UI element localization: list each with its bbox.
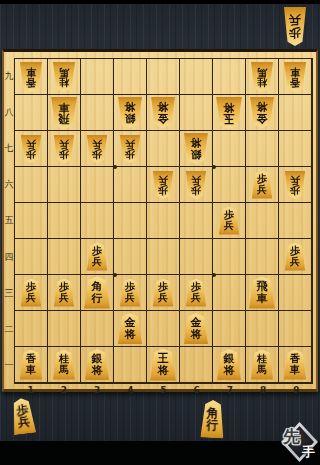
file-label: 9 [280,384,313,397]
square-8五[interactable] [246,203,279,239]
rank-label: 七 [4,130,14,166]
square-1五[interactable] [15,203,48,239]
square-8六[interactable]: 歩兵 [246,167,279,203]
piece-gote[interactable]: 歩兵 [20,135,42,163]
square-4一[interactable] [114,347,147,383]
square-8四[interactable] [246,239,279,275]
square-2九[interactable]: 桂馬 [48,59,81,95]
badge-text-te: 手 [302,443,315,461]
hoshi-dot [113,273,117,277]
square-3八[interactable] [81,95,114,131]
square-8九[interactable]: 桂馬 [246,59,279,95]
file-label: 6 [180,384,213,397]
square-2一[interactable]: 桂馬 [48,347,81,383]
square-3五[interactable] [81,203,114,239]
square-2八[interactable]: 飛車 [48,95,81,131]
piece-sente[interactable]: 香車 [19,350,43,380]
square-6八[interactable] [180,95,213,131]
square-9一[interactable]: 香車 [279,347,312,383]
piece-sente[interactable]: 桂馬 [52,350,76,380]
square-5四[interactable] [147,239,180,275]
badge-text-sen: 先 [283,425,300,448]
board-grid: 香車桂馬桂馬香車飛車銀将金将玉将金将歩兵歩兵歩兵歩兵銀将歩兵歩兵歩兵歩兵歩兵歩兵… [14,58,313,384]
piece-gote[interactable]: 銀将 [117,97,143,128]
piece-sente[interactable]: 歩兵 [53,279,75,307]
piece-sente[interactable]: 歩兵 [86,243,108,271]
rank-label: 三 [4,275,14,311]
square-8二[interactable] [246,311,279,347]
square-4八[interactable]: 銀将 [114,95,147,131]
square-6四[interactable] [180,239,213,275]
piece-gote[interactable]: 歩兵 [86,135,108,163]
square-3二[interactable] [81,311,114,347]
square-7二[interactable] [213,311,246,347]
piece-gote[interactable]: 歩兵 [119,135,141,163]
square-4三[interactable]: 歩兵 [114,275,147,311]
piece-gote[interactable]: 飛車 [50,97,78,129]
square-1三[interactable]: 歩兵 [15,275,48,311]
rank-labels: 九八七六五四三二一 [4,58,14,384]
square-1一[interactable]: 香車 [15,347,48,383]
rank-label: 二 [4,312,14,348]
piece-gote[interactable]: 桂馬 [52,62,76,92]
file-label: 5 [147,384,180,397]
square-1九[interactable]: 香車 [15,59,48,95]
square-4二[interactable]: 金将 [114,311,147,347]
file-label: 7 [213,384,246,397]
rank-label: 八 [4,94,14,130]
file-label: 8 [247,384,280,397]
square-6七[interactable]: 銀将 [180,131,213,167]
piece-gote[interactable]: 桂馬 [250,62,274,92]
square-7九[interactable] [213,59,246,95]
square-7六[interactable] [213,167,246,203]
piece-sente[interactable]: 銀将 [216,349,242,380]
square-5五[interactable] [147,203,180,239]
piece-sente[interactable]: 歩兵 [119,279,141,307]
square-1二[interactable] [15,311,48,347]
piece-sente[interactable]: 桂馬 [250,350,274,380]
file-label: 1 [14,384,47,397]
square-4九[interactable] [114,59,147,95]
sente-badge: 先 手 [281,422,318,462]
square-5一[interactable]: 王将 [147,347,180,383]
file-labels: 123456789 [14,384,313,397]
square-2七[interactable]: 歩兵 [48,131,81,167]
square-7四[interactable] [213,239,246,275]
square-4七[interactable]: 歩兵 [114,131,147,167]
rank-label: 九 [4,58,14,94]
piece-gote[interactable]: 歩兵 [152,171,174,199]
square-7七[interactable] [213,131,246,167]
square-8七[interactable] [246,131,279,167]
piece-sente[interactable]: 香車 [283,350,307,380]
hoshi-dot [113,165,117,169]
piece-sente[interactable]: 歩兵 [20,279,42,307]
piece-gote[interactable]: 香車 [283,62,307,92]
shogi-board: 九八七六五四三二一 香車桂馬桂馬香車飛車銀将金将玉将金将歩兵歩兵歩兵歩兵銀将歩兵… [2,49,318,392]
square-4四[interactable] [114,239,147,275]
square-5八[interactable]: 金将 [147,95,180,131]
piece-sente[interactable]: 歩兵 [284,243,306,271]
file-label: 4 [114,384,147,397]
piece-sente[interactable]: 王将 [149,349,177,381]
square-9六[interactable]: 歩兵 [279,167,312,203]
square-3九[interactable] [81,59,114,95]
piece-gote[interactable]: 歩兵 [284,171,306,199]
square-9三[interactable] [279,275,312,311]
square-3七[interactable]: 歩兵 [81,131,114,167]
piece-sente[interactable]: 飛車 [248,277,276,309]
square-2三[interactable]: 歩兵 [48,275,81,311]
square-9四[interactable]: 歩兵 [279,239,312,275]
square-6三[interactable]: 歩兵 [180,275,213,311]
square-5三[interactable]: 歩兵 [147,275,180,311]
piece-gote[interactable]: 金将 [249,97,275,128]
square-1八[interactable] [15,95,48,131]
square-3一[interactable]: 銀将 [81,347,114,383]
piece-sente[interactable]: 歩兵 [152,279,174,307]
piece-gote[interactable]: 香車 [19,62,43,92]
piece-gote[interactable]: 歩兵 [185,171,207,199]
square-9九[interactable]: 香車 [279,59,312,95]
square-9七[interactable] [279,131,312,167]
square-2四[interactable] [48,239,81,275]
square-9八[interactable] [279,95,312,131]
square-3六[interactable] [81,167,114,203]
rank-label: 一 [4,348,14,384]
square-6九[interactable] [180,59,213,95]
square-7一[interactable]: 銀将 [213,347,246,383]
square-4五[interactable] [114,203,147,239]
rank-label: 六 [4,167,14,203]
piece-sente[interactable]: 歩兵 [185,279,207,307]
file-label: 3 [80,384,113,397]
square-6一[interactable] [180,347,213,383]
square-7三[interactable] [213,275,246,311]
square-8八[interactable]: 金将 [246,95,279,131]
piece-gote[interactable]: 金将 [150,97,176,128]
square-5六[interactable]: 歩兵 [147,167,180,203]
rank-label: 五 [4,203,14,239]
square-5七[interactable] [147,131,180,167]
rank-label: 四 [4,239,14,275]
square-2五[interactable] [48,203,81,239]
square-1七[interactable]: 歩兵 [15,131,48,167]
square-5二[interactable] [147,311,180,347]
square-6二[interactable]: 金将 [180,311,213,347]
square-7八[interactable]: 玉将 [213,95,246,131]
square-2二[interactable] [48,311,81,347]
square-6六[interactable]: 歩兵 [180,167,213,203]
square-8一[interactable]: 桂馬 [246,347,279,383]
square-1六[interactable] [15,167,48,203]
piece-gote[interactable]: 玉将 [215,97,243,129]
square-3四[interactable]: 歩兵 [81,239,114,275]
square-8三[interactable]: 飛車 [246,275,279,311]
square-1四[interactable] [15,239,48,275]
shogi-app: 九八七六五四三二一 香車桂馬桂馬香車飛車銀将金将玉将金将歩兵歩兵歩兵歩兵銀将歩兵… [0,0,320,465]
bottom-black-bar [0,441,320,465]
piece-sente[interactable]: 金将 [117,313,143,344]
square-9五[interactable] [279,203,312,239]
piece-sente[interactable]: 歩兵 [218,207,240,235]
square-4六[interactable] [114,167,147,203]
piece-gote[interactable]: 銀将 [183,133,209,164]
square-3三[interactable]: 角行 [81,275,114,311]
piece-gote[interactable]: 歩兵 [53,135,75,163]
square-5九[interactable] [147,59,180,95]
square-7五[interactable]: 歩兵 [213,203,246,239]
file-label: 2 [47,384,80,397]
square-2六[interactable] [48,167,81,203]
square-6五[interactable] [180,203,213,239]
top-black-bar [0,0,320,4]
piece-sente[interactable]: 金将 [183,313,209,344]
piece-sente[interactable]: 角行 [83,277,111,309]
square-9二[interactable] [279,311,312,347]
piece-sente[interactable]: 銀将 [84,349,110,380]
piece-sente[interactable]: 歩兵 [251,171,273,199]
